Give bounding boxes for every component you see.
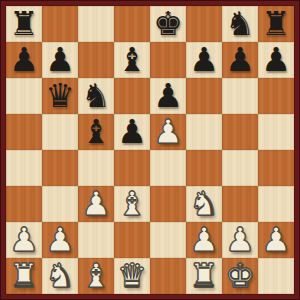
square-b5[interactable] [42, 114, 78, 150]
piece-white-bishop-icon: ♝ [81, 259, 111, 292]
piece-black-knight-icon: ♞ [81, 79, 111, 112]
square-g7[interactable]: ♟ [222, 42, 258, 78]
square-h1[interactable] [258, 258, 294, 294]
piece-white-queen-icon: ♛ [117, 259, 147, 292]
square-a2[interactable]: ♟ [6, 222, 42, 258]
square-g8[interactable]: ♞ [222, 6, 258, 42]
piece-white-knight-icon: ♞ [45, 259, 75, 292]
square-d8[interactable] [114, 6, 150, 42]
piece-black-pawn-icon: ♟ [261, 43, 291, 76]
square-f2[interactable]: ♟ [186, 222, 222, 258]
square-e7[interactable] [150, 42, 186, 78]
square-h2[interactable]: ♟ [258, 222, 294, 258]
chess-board: ♜♚♞♜♟♟♝♟♟♟♛♞♟♝♟♟♟♝♞♟♟♟♟♟♜♞♝♛♜♚ [6, 6, 294, 294]
square-h7[interactable]: ♟ [258, 42, 294, 78]
square-c5[interactable]: ♝ [78, 114, 114, 150]
square-f4[interactable] [186, 150, 222, 186]
square-b2[interactable]: ♟ [42, 222, 78, 258]
board-frame: ♜♚♞♜♟♟♝♟♟♟♛♞♟♝♟♟♟♝♞♟♟♟♟♟♜♞♝♛♜♚ [0, 0, 300, 300]
square-c6[interactable]: ♞ [78, 78, 114, 114]
piece-black-pawn-icon: ♟ [153, 79, 183, 112]
piece-white-pawn-icon: ♟ [81, 187, 111, 220]
square-f1[interactable]: ♜ [186, 258, 222, 294]
square-g5[interactable] [222, 114, 258, 150]
square-e6[interactable]: ♟ [150, 78, 186, 114]
piece-white-pawn-icon: ♟ [189, 223, 219, 256]
square-c4[interactable] [78, 150, 114, 186]
piece-white-bishop-icon: ♝ [117, 187, 147, 220]
square-f6[interactable] [186, 78, 222, 114]
square-f8[interactable] [186, 6, 222, 42]
square-d7[interactable]: ♝ [114, 42, 150, 78]
square-a3[interactable] [6, 186, 42, 222]
square-e4[interactable] [150, 150, 186, 186]
piece-black-pawn-icon: ♟ [117, 115, 147, 148]
piece-black-pawn-icon: ♟ [225, 43, 255, 76]
square-c8[interactable] [78, 6, 114, 42]
square-h5[interactable] [258, 114, 294, 150]
square-a1[interactable]: ♜ [6, 258, 42, 294]
square-c2[interactable] [78, 222, 114, 258]
square-c7[interactable] [78, 42, 114, 78]
piece-black-king-icon: ♚ [153, 7, 183, 40]
square-f7[interactable]: ♟ [186, 42, 222, 78]
square-b7[interactable]: ♟ [42, 42, 78, 78]
piece-white-pawn-icon: ♟ [9, 223, 39, 256]
square-e1[interactable] [150, 258, 186, 294]
square-f3[interactable]: ♞ [186, 186, 222, 222]
square-b1[interactable]: ♞ [42, 258, 78, 294]
square-a7[interactable]: ♟ [6, 42, 42, 78]
square-f5[interactable] [186, 114, 222, 150]
piece-white-king-icon: ♚ [225, 259, 255, 292]
square-g2[interactable]: ♟ [222, 222, 258, 258]
square-b6[interactable]: ♛ [42, 78, 78, 114]
square-a5[interactable] [6, 114, 42, 150]
piece-black-bishop-icon: ♝ [81, 115, 111, 148]
piece-white-rook-icon: ♜ [189, 259, 219, 292]
piece-black-knight-icon: ♞ [225, 7, 255, 40]
square-d6[interactable] [114, 78, 150, 114]
square-d3[interactable]: ♝ [114, 186, 150, 222]
piece-black-rook-icon: ♜ [261, 7, 291, 40]
square-g3[interactable] [222, 186, 258, 222]
square-h3[interactable] [258, 186, 294, 222]
square-c1[interactable]: ♝ [78, 258, 114, 294]
square-e3[interactable] [150, 186, 186, 222]
piece-black-pawn-icon: ♟ [189, 43, 219, 76]
square-a6[interactable] [6, 78, 42, 114]
square-a4[interactable] [6, 150, 42, 186]
square-d1[interactable]: ♛ [114, 258, 150, 294]
square-b8[interactable] [42, 6, 78, 42]
square-h6[interactable] [258, 78, 294, 114]
piece-black-bishop-icon: ♝ [117, 43, 147, 76]
piece-black-pawn-icon: ♟ [45, 43, 75, 76]
square-e2[interactable] [150, 222, 186, 258]
square-c3[interactable]: ♟ [78, 186, 114, 222]
square-e8[interactable]: ♚ [150, 6, 186, 42]
square-e5[interactable]: ♟ [150, 114, 186, 150]
square-d2[interactable] [114, 222, 150, 258]
square-h8[interactable]: ♜ [258, 6, 294, 42]
piece-white-rook-icon: ♜ [9, 259, 39, 292]
piece-white-pawn-icon: ♟ [225, 223, 255, 256]
square-b3[interactable] [42, 186, 78, 222]
piece-black-pawn-icon: ♟ [9, 43, 39, 76]
square-g1[interactable]: ♚ [222, 258, 258, 294]
square-g6[interactable] [222, 78, 258, 114]
piece-black-queen-icon: ♛ [45, 79, 75, 112]
square-h4[interactable] [258, 150, 294, 186]
square-d5[interactable]: ♟ [114, 114, 150, 150]
square-b4[interactable] [42, 150, 78, 186]
piece-white-pawn-icon: ♟ [45, 223, 75, 256]
square-g4[interactable] [222, 150, 258, 186]
piece-white-pawn-icon: ♟ [261, 223, 291, 256]
piece-black-rook-icon: ♜ [9, 7, 39, 40]
square-d4[interactable] [114, 150, 150, 186]
piece-white-knight-icon: ♞ [189, 187, 219, 220]
piece-white-pawn-icon: ♟ [153, 115, 183, 148]
square-a8[interactable]: ♜ [6, 6, 42, 42]
